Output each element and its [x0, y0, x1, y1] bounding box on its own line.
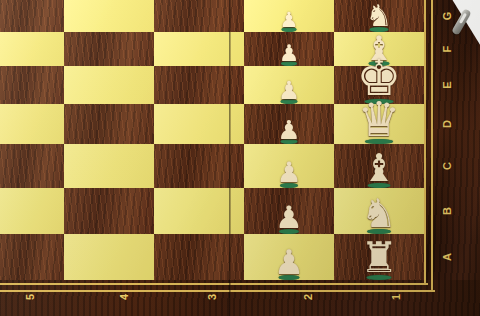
chessboard-photo: ♟♞♟♝♟♚♟♛♟♝♟♞♟♜ GFEDCBA54321 — [0, 0, 480, 316]
square-g4[interactable] — [64, 0, 154, 32]
board-border-line — [0, 283, 428, 285]
square-d4[interactable] — [64, 104, 154, 144]
board-fold-seam — [229, 0, 231, 316]
piece-white-knight[interactable]: ♞ — [366, 1, 393, 31]
piece-white-pawn[interactable]: ♟ — [276, 159, 301, 187]
piece-white-pawn[interactable]: ♟ — [275, 202, 303, 233]
piece-white-queen[interactable]: ♛ — [357, 95, 400, 143]
piece-white-rook[interactable]: ♜ — [360, 237, 398, 279]
square-c4[interactable] — [64, 144, 154, 188]
rank-label-5: 5 — [20, 287, 40, 307]
square-c1[interactable]: ♝ — [334, 144, 424, 188]
square-d2[interactable]: ♟ — [244, 104, 334, 144]
square-d5[interactable] — [0, 104, 64, 144]
square-f4[interactable] — [64, 32, 154, 66]
square-a1[interactable]: ♜ — [334, 234, 424, 280]
rank-label-4: 4 — [114, 287, 134, 307]
square-b5[interactable] — [0, 188, 64, 234]
rank-label-2: 2 — [298, 287, 318, 307]
piece-white-pawn[interactable]: ♟ — [278, 78, 300, 103]
square-f2[interactable]: ♟ — [244, 32, 334, 66]
square-d1[interactable]: ♛ — [334, 104, 424, 144]
rank-label-1: 1 — [386, 287, 406, 307]
piece-white-pawn[interactable]: ♟ — [274, 245, 304, 279]
square-b4[interactable] — [64, 188, 154, 234]
frame-bottom-rail — [0, 280, 480, 316]
square-e5[interactable] — [0, 66, 64, 104]
rank-label-3: 3 — [202, 287, 222, 307]
piece-white-bishop[interactable]: ♝ — [362, 149, 396, 187]
square-b2[interactable]: ♟ — [244, 188, 334, 234]
square-f5[interactable] — [0, 32, 64, 66]
piece-white-knight[interactable]: ♞ — [361, 193, 397, 233]
file-label-f: F — [437, 39, 457, 59]
square-e4[interactable] — [64, 66, 154, 104]
piece-white-pawn[interactable]: ♟ — [280, 10, 299, 31]
file-label-d: D — [437, 114, 457, 134]
square-a5[interactable] — [0, 234, 64, 280]
square-e2[interactable]: ♟ — [244, 66, 334, 104]
file-label-g: G — [437, 6, 457, 26]
file-label-a: A — [437, 247, 457, 267]
square-b1[interactable]: ♞ — [334, 188, 424, 234]
chessboard: ♟♞♟♝♟♚♟♛♟♝♟♞♟♜ — [0, 0, 424, 280]
square-a2[interactable]: ♟ — [244, 234, 334, 280]
piece-white-pawn[interactable]: ♟ — [279, 42, 300, 65]
file-label-c: C — [437, 156, 457, 176]
board-border-line — [424, 0, 426, 285]
piece-white-pawn[interactable]: ♟ — [277, 117, 300, 143]
square-c2[interactable]: ♟ — [244, 144, 334, 188]
square-c5[interactable] — [0, 144, 64, 188]
square-g2[interactable]: ♟ — [244, 0, 334, 32]
square-g5[interactable] — [0, 0, 64, 32]
file-label-e: E — [437, 75, 457, 95]
board-border-line — [431, 0, 433, 292]
square-a4[interactable] — [64, 234, 154, 280]
file-label-b: B — [437, 201, 457, 221]
